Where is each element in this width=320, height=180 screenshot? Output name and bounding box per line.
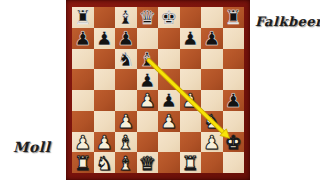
square-c7[interactable]: ♟	[115, 28, 137, 49]
black-bishop: ♝	[139, 49, 156, 69]
square-h1[interactable]	[223, 152, 245, 173]
square-g1[interactable]	[201, 152, 223, 173]
square-a7[interactable]: ♟	[72, 28, 94, 49]
square-b4[interactable]	[94, 90, 116, 111]
square-c2[interactable]: ♝	[115, 132, 137, 153]
white-pawn: ♟	[182, 90, 199, 110]
square-f6[interactable]	[180, 49, 202, 70]
square-g6[interactable]	[201, 49, 223, 70]
square-e7[interactable]	[158, 28, 180, 49]
square-f2[interactable]	[180, 132, 202, 153]
square-e4[interactable]: ♟	[158, 90, 180, 111]
square-d7[interactable]	[137, 28, 159, 49]
square-h8[interactable]: ♜	[223, 7, 245, 28]
square-e1[interactable]	[158, 152, 180, 173]
black-queen: ♛	[139, 7, 156, 27]
square-b6[interactable]	[94, 49, 116, 70]
white-pawn: ♟	[139, 90, 156, 110]
black-pawn: ♟	[160, 90, 177, 110]
black-king: ♚	[160, 7, 177, 27]
square-a8[interactable]: ♜	[72, 7, 94, 28]
square-b2[interactable]: ♟	[94, 132, 116, 153]
white-pawn: ♟	[117, 111, 134, 131]
square-a2[interactable]: ♟	[72, 132, 94, 153]
black-rook: ♜	[225, 7, 242, 27]
black-pawn: ♟	[225, 90, 242, 110]
square-e8[interactable]: ♚	[158, 7, 180, 28]
square-g4[interactable]	[201, 90, 223, 111]
square-b1[interactable]: ♞	[94, 152, 116, 173]
square-a6[interactable]	[72, 49, 94, 70]
white-knight: ♞	[203, 111, 220, 131]
square-f5[interactable]	[180, 69, 202, 90]
square-b5[interactable]	[94, 69, 116, 90]
black-knight: ♞	[117, 49, 134, 69]
square-d2[interactable]	[137, 132, 159, 153]
white-pawn: ♟	[96, 132, 113, 152]
square-d4[interactable]: ♟	[137, 90, 159, 111]
square-a3[interactable]	[72, 111, 94, 132]
square-h5[interactable]	[223, 69, 245, 90]
square-h6[interactable]	[223, 49, 245, 70]
square-b3[interactable]	[94, 111, 116, 132]
square-c3[interactable]: ♟	[115, 111, 137, 132]
white-knight: ♞	[96, 153, 113, 173]
square-c1[interactable]: ♝	[115, 152, 137, 173]
white-bishop: ♝	[117, 132, 134, 152]
square-h7[interactable]	[223, 28, 245, 49]
square-g5[interactable]	[201, 69, 223, 90]
square-e5[interactable]	[158, 69, 180, 90]
square-g2[interactable]: ♟	[201, 132, 223, 153]
white-king: ♚	[225, 132, 242, 152]
square-d6[interactable]: ♝	[137, 49, 159, 70]
white-pawn: ♟	[203, 132, 220, 152]
square-h3[interactable]	[223, 111, 245, 132]
white-pawn: ♟	[160, 111, 177, 131]
white-pawn: ♟	[74, 132, 91, 152]
white-queen: ♛	[139, 153, 156, 173]
square-d3[interactable]	[137, 111, 159, 132]
square-d1[interactable]: ♛	[137, 152, 159, 173]
player-label-white: Moll	[13, 139, 50, 155]
square-b7[interactable]: ♟	[94, 28, 116, 49]
square-g8[interactable]	[201, 7, 223, 28]
white-rook: ♜	[74, 153, 91, 173]
black-bishop: ♝	[117, 7, 134, 27]
square-d5[interactable]: ♟	[137, 69, 159, 90]
square-b8[interactable]	[94, 7, 116, 28]
player-label-black: Falkbeer	[255, 14, 320, 29]
square-d8[interactable]: ♛	[137, 7, 159, 28]
square-f1[interactable]: ♜	[180, 152, 202, 173]
square-f8[interactable]	[180, 7, 202, 28]
square-g3[interactable]: ♞	[201, 111, 223, 132]
square-c5[interactable]	[115, 69, 137, 90]
board-grid: ♜♝♛♚♜♟♟♟♟♟♞♝♟♟♟♟♟♟♟♞♟♟♝♟♚♜♞♝♛♜	[72, 7, 244, 173]
square-g7[interactable]: ♟	[201, 28, 223, 49]
white-bishop: ♝	[117, 153, 134, 173]
black-pawn: ♟	[182, 28, 199, 48]
square-f4[interactable]: ♟	[180, 90, 202, 111]
square-a5[interactable]	[72, 69, 94, 90]
square-h4[interactable]: ♟	[223, 90, 245, 111]
black-pawn: ♟	[96, 28, 113, 48]
black-pawn: ♟	[74, 28, 91, 48]
black-pawn: ♟	[203, 28, 220, 48]
square-c6[interactable]: ♞	[115, 49, 137, 70]
square-e3[interactable]: ♟	[158, 111, 180, 132]
square-c8[interactable]: ♝	[115, 7, 137, 28]
square-c4[interactable]	[115, 90, 137, 111]
black-rook: ♜	[74, 7, 91, 27]
black-pawn: ♟	[139, 70, 156, 90]
black-pawn: ♟	[117, 28, 134, 48]
square-h2[interactable]: ♚	[223, 132, 245, 153]
square-f7[interactable]: ♟	[180, 28, 202, 49]
white-rook: ♜	[182, 153, 199, 173]
chess-board: ♜♝♛♚♜♟♟♟♟♟♞♝♟♟♟♟♟♟♟♞♟♟♝♟♚♜♞♝♛♜	[66, 0, 250, 180]
square-a4[interactable]	[72, 90, 94, 111]
square-a1[interactable]: ♜	[72, 152, 94, 173]
square-e6[interactable]	[158, 49, 180, 70]
square-e2[interactable]	[158, 132, 180, 153]
square-f3[interactable]	[180, 111, 202, 132]
